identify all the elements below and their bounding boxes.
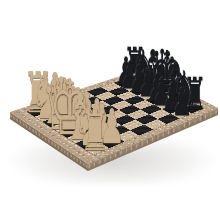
product-photo: ♜♞♝♛♚♝♞♜♟♟♟♟♟♟♟♟♟♟♟♟♟♟♟♟♜♞♝♛♚♝♞♜	[0, 0, 220, 220]
piece-white-rook-h1: ♜	[80, 103, 110, 159]
piece-black-pawn-h7: ♟	[172, 82, 192, 120]
pieces-layer: ♜♞♝♛♚♝♞♜♟♟♟♟♟♟♟♟♟♟♟♟♟♟♟♟♜♞♝♛♚♝♞♜	[0, 0, 220, 220]
